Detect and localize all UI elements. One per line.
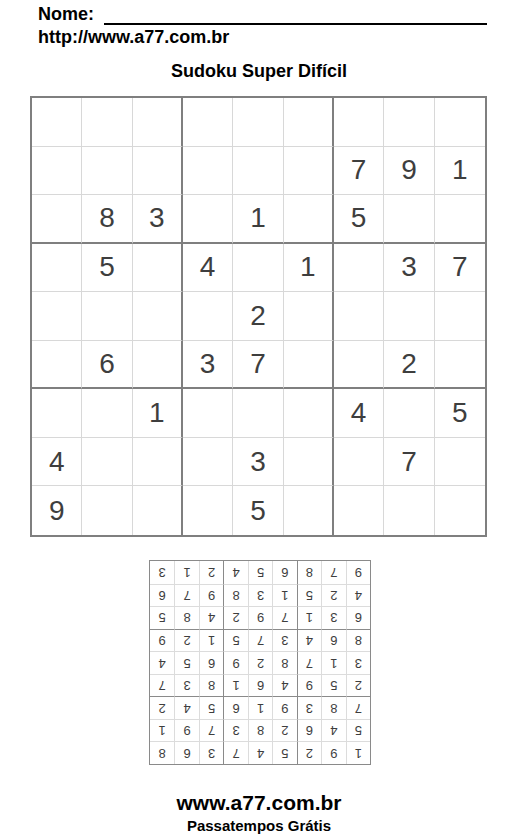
solution-cell: 2 — [321, 584, 345, 607]
solution-cell: 2 — [346, 674, 370, 697]
sudoku-cell[interactable] — [233, 147, 283, 196]
solution-cell: 1 — [174, 561, 198, 584]
sudoku-cell[interactable] — [32, 98, 82, 147]
sudoku-cell[interactable] — [183, 438, 233, 487]
sudoku-cell[interactable]: 9 — [384, 147, 434, 196]
solution-cell: 4 — [223, 561, 247, 584]
solution-cell: 1 — [321, 651, 345, 674]
solution-cell: 2 — [297, 741, 321, 764]
solution-cell: 5 — [321, 674, 345, 697]
sudoku-cell[interactable] — [233, 244, 283, 293]
sudoku-cell[interactable] — [82, 147, 132, 196]
sudoku-cell[interactable] — [133, 341, 183, 390]
sudoku-cell[interactable] — [183, 292, 233, 341]
sudoku-cell[interactable] — [32, 195, 82, 244]
footer-tagline-text: Passatempos Grátis — [0, 817, 518, 834]
sudoku-cell[interactable]: 7 — [435, 244, 485, 293]
sudoku-cell[interactable] — [435, 292, 485, 341]
sudoku-cell[interactable] — [183, 486, 233, 535]
solution-cell: 2 — [223, 606, 247, 629]
solution-cell: 7 — [199, 719, 223, 742]
sudoku-cell[interactable] — [334, 486, 384, 535]
sudoku-cell[interactable] — [284, 486, 334, 535]
sudoku-cell[interactable] — [183, 389, 233, 438]
solution-cell: 9 — [321, 741, 345, 764]
sudoku-cell[interactable]: 6 — [82, 341, 132, 390]
solution-cell: 8 — [272, 651, 296, 674]
solution-cell: 8 — [199, 674, 223, 697]
sudoku-cell[interactable]: 5 — [82, 244, 132, 293]
solution-cell: 6 — [248, 674, 272, 697]
solution-cell: 5 — [174, 651, 198, 674]
puzzle-grid: 7918315541372637214543795 — [30, 96, 487, 537]
solution-cell: 4 — [199, 606, 223, 629]
solution-cell: 9 — [272, 696, 296, 719]
solution-cell: 6 — [272, 561, 296, 584]
name-label: Nome: — [38, 3, 94, 25]
solution-grid: 1925473685462837917839165422594618373178… — [149, 560, 371, 765]
site-url-text: http://www.a77.com.br — [38, 27, 229, 48]
solution-cell: 1 — [223, 674, 247, 697]
sudoku-cell[interactable] — [334, 98, 384, 147]
solution-cell: 9 — [199, 584, 223, 607]
solution-cell: 6 — [321, 629, 345, 652]
sudoku-cell[interactable] — [384, 195, 434, 244]
sudoku-cell[interactable] — [435, 486, 485, 535]
solution-cell: 8 — [150, 741, 174, 764]
sudoku-cell[interactable] — [334, 341, 384, 390]
solution-cell: 1 — [272, 584, 296, 607]
sudoku-cell[interactable] — [334, 292, 384, 341]
solution-cell: 4 — [248, 741, 272, 764]
sudoku-cell[interactable] — [284, 147, 334, 196]
solution-cell: 2 — [272, 719, 296, 742]
solution-cell: 4 — [321, 719, 345, 742]
sudoku-cell[interactable]: 1 — [233, 195, 283, 244]
name-blank-line[interactable] — [104, 3, 487, 25]
sudoku-cell[interactable]: 9 — [32, 486, 82, 535]
solution-cell: 8 — [248, 719, 272, 742]
sudoku-cell[interactable] — [82, 438, 132, 487]
sudoku-cell[interactable] — [82, 292, 132, 341]
sudoku-cell[interactable] — [284, 292, 334, 341]
solution-cell: 4 — [297, 629, 321, 652]
solution-cell: 9 — [174, 719, 198, 742]
sudoku-cell[interactable]: 7 — [334, 147, 384, 196]
sudoku-cell[interactable] — [32, 292, 82, 341]
solution-cell: 5 — [297, 584, 321, 607]
solution-cell: 9 — [150, 629, 174, 652]
sudoku-cell[interactable]: 4 — [183, 244, 233, 293]
solution-cell: 8 — [297, 561, 321, 584]
sudoku-cell[interactable]: 3 — [233, 438, 283, 487]
solution-cell: 9 — [248, 606, 272, 629]
solution-cell: 2 — [199, 561, 223, 584]
sudoku-cell[interactable] — [435, 98, 485, 147]
sudoku-cell[interactable] — [384, 389, 434, 438]
solution-cell: 5 — [223, 629, 247, 652]
solution-cell: 1 — [150, 719, 174, 742]
sudoku-cell[interactable] — [82, 389, 132, 438]
solution-cell: 1 — [297, 606, 321, 629]
sudoku-cell[interactable]: 5 — [233, 486, 283, 535]
solution-cell: 3 — [272, 629, 296, 652]
sudoku-cell[interactable] — [183, 195, 233, 244]
solution-cell: 3 — [321, 606, 345, 629]
sudoku-cell[interactable] — [384, 98, 434, 147]
sudoku-cell[interactable] — [183, 147, 233, 196]
sudoku-cell[interactable] — [133, 486, 183, 535]
sudoku-cell[interactable] — [82, 98, 132, 147]
solution-cell: 3 — [297, 696, 321, 719]
solution-cell: 2 — [150, 696, 174, 719]
solution-cell: 9 — [346, 561, 370, 584]
solution-cell: 5 — [199, 696, 223, 719]
solution-cell: 7 — [272, 606, 296, 629]
solution-cell: 4 — [272, 674, 296, 697]
sudoku-cell[interactable] — [435, 438, 485, 487]
solution-cell: 5 — [248, 561, 272, 584]
solution-cell: 5 — [150, 606, 174, 629]
solution-cell: 1 — [248, 696, 272, 719]
solution-cell: 6 — [297, 719, 321, 742]
sudoku-cell[interactable]: 7 — [233, 341, 283, 390]
sudoku-cell[interactable]: 3 — [183, 341, 233, 390]
sudoku-cell[interactable]: 4 — [32, 438, 82, 487]
sudoku-cell[interactable] — [133, 244, 183, 293]
solution-cell: 6 — [174, 741, 198, 764]
solution-cell: 8 — [174, 606, 198, 629]
sudoku-cell[interactable]: 7 — [384, 438, 434, 487]
sudoku-cell[interactable] — [284, 195, 334, 244]
sudoku-cell[interactable] — [133, 147, 183, 196]
solution-cell: 8 — [321, 696, 345, 719]
page: Nome: http://www.a77.com.br Sudoku Super… — [0, 0, 518, 840]
solution-cell: 2 — [248, 651, 272, 674]
solution-cell: 7 — [223, 741, 247, 764]
sudoku-cell[interactable] — [133, 292, 183, 341]
sudoku-cell[interactable] — [384, 292, 434, 341]
solution-cell: 8 — [346, 629, 370, 652]
sudoku-cell[interactable]: 1 — [284, 244, 334, 293]
sudoku-cell[interactable] — [183, 98, 233, 147]
sudoku-cell[interactable] — [284, 438, 334, 487]
sudoku-cell[interactable] — [32, 389, 82, 438]
sudoku-cell[interactable] — [334, 244, 384, 293]
solution-cell: 7 — [174, 584, 198, 607]
solution-cell: 7 — [346, 696, 370, 719]
solution-cell: 3 — [174, 674, 198, 697]
solution-cell: 3 — [346, 651, 370, 674]
solution-cell: 7 — [321, 561, 345, 584]
sudoku-cell[interactable] — [82, 486, 132, 535]
sudoku-cell[interactable] — [32, 244, 82, 293]
solution-cell: 3 — [248, 584, 272, 607]
sudoku-cell[interactable]: 1 — [435, 147, 485, 196]
solution-cell: 6 — [346, 606, 370, 629]
sudoku-cell[interactable] — [284, 98, 334, 147]
solution-cell: 6 — [199, 651, 223, 674]
sudoku-cell[interactable]: 2 — [233, 292, 283, 341]
solution-cell: 7 — [297, 651, 321, 674]
solution-cell: 5 — [272, 741, 296, 764]
sudoku-cell[interactable] — [133, 98, 183, 147]
solution-cell: 1 — [346, 741, 370, 764]
footer-site-text: www.a77.com.br — [0, 791, 518, 815]
name-field-row: Nome: — [38, 3, 487, 25]
solution-cell: 2 — [174, 629, 198, 652]
solution-cell: 6 — [150, 584, 174, 607]
sudoku-cell[interactable] — [233, 98, 283, 147]
sudoku-cell[interactable] — [233, 389, 283, 438]
sudoku-cell[interactable]: 1 — [133, 389, 183, 438]
sudoku-cell[interactable]: 8 — [82, 195, 132, 244]
solution-cell: 6 — [223, 696, 247, 719]
sudoku-cell[interactable] — [32, 147, 82, 196]
sudoku-cell[interactable] — [384, 486, 434, 535]
solution-cell: 9 — [297, 674, 321, 697]
solution-cell: 9 — [223, 651, 247, 674]
solution-cell: 3 — [150, 561, 174, 584]
sudoku-cell[interactable]: 3 — [384, 244, 434, 293]
sudoku-cell[interactable]: 4 — [334, 389, 384, 438]
solution-cell: 3 — [223, 719, 247, 742]
sudoku-cell[interactable] — [435, 341, 485, 390]
solution-cell: 1 — [199, 629, 223, 652]
sudoku-cell[interactable] — [334, 438, 384, 487]
solution-cell: 7 — [248, 629, 272, 652]
page-title: Sudoku Super Difícil — [0, 61, 518, 82]
sudoku-cell[interactable] — [435, 195, 485, 244]
sudoku-cell[interactable] — [284, 341, 334, 390]
sudoku-cell[interactable]: 2 — [384, 341, 434, 390]
sudoku-cell[interactable] — [32, 341, 82, 390]
sudoku-cell[interactable]: 5 — [334, 195, 384, 244]
solution-cell: 4 — [150, 651, 174, 674]
solution-cell: 7 — [150, 674, 174, 697]
solution-cell: 4 — [174, 696, 198, 719]
solution-cell: 4 — [346, 584, 370, 607]
sudoku-cell[interactable] — [284, 389, 334, 438]
solution-cell: 8 — [223, 584, 247, 607]
solution-cell: 5 — [346, 719, 370, 742]
solution-cell: 3 — [199, 741, 223, 764]
sudoku-cell[interactable]: 3 — [133, 195, 183, 244]
sudoku-cell[interactable]: 5 — [435, 389, 485, 438]
sudoku-cell[interactable] — [133, 438, 183, 487]
